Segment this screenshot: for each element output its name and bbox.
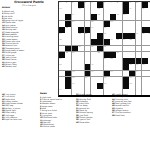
cell-number: 26 bbox=[104, 27, 106, 29]
cell-number: 56 bbox=[110, 71, 112, 73]
cell-number: 32 bbox=[142, 33, 144, 35]
cell-number: 6 bbox=[104, 2, 105, 4]
grid-cell[interactable] bbox=[123, 46, 129, 52]
grid-cell[interactable] bbox=[142, 83, 148, 89]
grid-cell[interactable] bbox=[142, 71, 148, 77]
cell-number: 55 bbox=[91, 71, 93, 73]
black-cell bbox=[85, 64, 91, 70]
clue-item: 40 Grow older bbox=[76, 121, 109, 123]
grid-cell[interactable] bbox=[91, 58, 97, 64]
grid-cell[interactable] bbox=[116, 46, 122, 52]
cell-number: 1 bbox=[59, 2, 60, 4]
grid-cell[interactable]: 44 bbox=[97, 52, 103, 58]
grid-cell[interactable] bbox=[142, 39, 148, 45]
grid-cell[interactable]: 16 bbox=[142, 8, 148, 14]
cell-number: 39 bbox=[78, 46, 80, 48]
grid-cell[interactable]: 64 bbox=[129, 83, 135, 89]
black-cell bbox=[78, 2, 84, 8]
grid-cell[interactable]: 49 bbox=[59, 64, 65, 70]
grid-cell[interactable] bbox=[72, 64, 78, 70]
grid-cell[interactable] bbox=[104, 14, 110, 20]
grid-cell[interactable]: 54 bbox=[72, 71, 78, 77]
grid-cell[interactable] bbox=[72, 33, 78, 39]
grid-cell[interactable] bbox=[129, 21, 135, 27]
grid-cell[interactable] bbox=[123, 27, 129, 33]
grid-cell[interactable]: 1 bbox=[59, 2, 65, 8]
grid-cell[interactable]: 24 bbox=[65, 27, 71, 33]
grid-cell[interactable] bbox=[78, 64, 84, 70]
grid-cell[interactable]: 43 bbox=[72, 52, 78, 58]
grid-cell[interactable]: 41 bbox=[104, 46, 110, 52]
black-cell bbox=[72, 46, 78, 52]
cell-number: 7 bbox=[110, 2, 111, 4]
grid-cell[interactable] bbox=[142, 21, 148, 27]
black-cell bbox=[65, 21, 71, 27]
grid-cell[interactable] bbox=[91, 52, 97, 58]
grid-cell[interactable] bbox=[85, 83, 91, 89]
grid-cell[interactable]: 56 bbox=[110, 71, 116, 77]
cell-number: 2 bbox=[66, 2, 67, 4]
down-clue-list-3: 42 Health resort43 At this place44 Cunni… bbox=[112, 93, 147, 116]
black-cell bbox=[104, 71, 110, 77]
grid-cell[interactable]: 9 bbox=[129, 2, 135, 8]
grid-cell[interactable] bbox=[148, 64, 150, 70]
cell-number: 28 bbox=[78, 33, 80, 35]
grid-cell[interactable] bbox=[116, 83, 122, 89]
cell-number: 51 bbox=[129, 64, 131, 66]
cell-number: 24 bbox=[66, 27, 68, 29]
grid-cell[interactable] bbox=[59, 71, 65, 77]
black-cell bbox=[142, 27, 148, 33]
black-cell bbox=[65, 77, 71, 83]
grid-cell[interactable]: 32 bbox=[142, 33, 148, 39]
grid-cell[interactable]: 59 bbox=[85, 77, 91, 83]
grid-cell[interactable] bbox=[97, 64, 103, 70]
grid-cell[interactable]: 22 bbox=[91, 21, 97, 27]
cell-number: 12 bbox=[59, 8, 61, 10]
grid-cell[interactable]: 21 bbox=[72, 21, 78, 27]
grid-cell[interactable] bbox=[148, 89, 150, 95]
grid-cell[interactable] bbox=[85, 39, 91, 45]
grid-cell[interactable] bbox=[65, 58, 71, 64]
black-cell bbox=[142, 2, 148, 8]
bottom-clue-column-down-1: Down 1 High card2 Croix or Louis lead-in… bbox=[40, 93, 73, 128]
grid-cell[interactable]: 17 bbox=[72, 14, 78, 20]
clue-item: 58 Small bite bbox=[112, 114, 147, 116]
grid-cell[interactable] bbox=[123, 71, 129, 77]
cell-number: 49 bbox=[59, 64, 61, 66]
grid-cell[interactable]: 33 bbox=[148, 33, 150, 39]
cell-number: 46 bbox=[59, 58, 61, 60]
clue-item: 62 Kept for later use bbox=[2, 118, 36, 120]
cell-number: 58 bbox=[72, 77, 74, 79]
crossword-page: Crossword Puzzle Fill in the grid Across… bbox=[0, 0, 150, 150]
grid-cell[interactable]: 36 bbox=[116, 39, 122, 45]
cell-number: 4 bbox=[85, 2, 86, 4]
grid-cell[interactable] bbox=[78, 77, 84, 83]
black-cell bbox=[110, 52, 116, 58]
cell-number: 21 bbox=[72, 21, 74, 23]
grid-cell[interactable]: 8 bbox=[116, 2, 122, 8]
cell-number: 18 bbox=[98, 14, 100, 16]
grid-cell[interactable]: 12 bbox=[59, 8, 65, 14]
grid-cell[interactable] bbox=[136, 83, 142, 89]
grid-cell[interactable] bbox=[116, 27, 122, 33]
grid-cell[interactable] bbox=[136, 21, 142, 27]
grid-cell[interactable] bbox=[72, 8, 78, 14]
cell-number: 63 bbox=[104, 83, 106, 85]
grid-cell[interactable] bbox=[65, 64, 71, 70]
cell-number: 41 bbox=[104, 46, 106, 48]
grid-cell[interactable] bbox=[148, 46, 150, 52]
grid-cell[interactable]: 3 bbox=[72, 2, 78, 8]
grid-cell[interactable]: 51 bbox=[129, 64, 135, 70]
grid-cell[interactable] bbox=[65, 8, 71, 14]
grid-cell[interactable]: 62 bbox=[72, 83, 78, 89]
grid-cell[interactable]: 27 bbox=[59, 33, 65, 39]
grid-cell[interactable] bbox=[91, 83, 97, 89]
black-cell bbox=[104, 52, 110, 58]
cell-number: 10 bbox=[136, 2, 138, 4]
black-cell bbox=[104, 21, 110, 27]
black-cell bbox=[97, 83, 103, 89]
grid-cell[interactable] bbox=[78, 39, 84, 45]
grid-cell[interactable] bbox=[78, 71, 84, 77]
grid-cell[interactable] bbox=[148, 14, 150, 20]
grid-cell[interactable] bbox=[129, 27, 135, 33]
grid-cell[interactable] bbox=[85, 21, 91, 27]
black-cell bbox=[97, 33, 103, 39]
cell-number: 57 bbox=[136, 71, 138, 73]
bottom-clue-column-across: 46 Tiny insect47 Fruit drink50 Night bir… bbox=[2, 93, 36, 121]
grid-cell[interactable] bbox=[129, 46, 135, 52]
cell-number: 60 bbox=[104, 77, 106, 79]
black-cell bbox=[136, 58, 142, 64]
clue-item: 45 Garden tool bbox=[2, 65, 56, 67]
black-cell bbox=[78, 27, 84, 33]
grid-cell[interactable] bbox=[78, 83, 84, 89]
cell-number: 23 bbox=[110, 21, 112, 23]
grid-cell[interactable] bbox=[110, 64, 116, 70]
black-cell bbox=[123, 58, 129, 64]
grid-cell[interactable] bbox=[136, 77, 142, 83]
black-cell bbox=[65, 83, 71, 89]
grid-cell[interactable]: 4 bbox=[85, 2, 91, 8]
cell-number: 35 bbox=[110, 39, 112, 41]
grid-cell[interactable]: 5 bbox=[91, 2, 97, 8]
grid-cell[interactable] bbox=[91, 33, 97, 39]
grid-cell[interactable]: 45 bbox=[116, 52, 122, 58]
grid-cell[interactable] bbox=[148, 39, 150, 45]
grid-cell[interactable]: 53 bbox=[142, 64, 148, 70]
grid-cell[interactable]: 60 bbox=[104, 77, 110, 83]
grid-cell[interactable] bbox=[78, 58, 84, 64]
black-cell bbox=[97, 2, 103, 8]
cell-number: 33 bbox=[149, 33, 150, 35]
left-clue-column: Crossword Puzzle Fill in the grid Across… bbox=[2, 1, 56, 67]
grid-cell[interactable] bbox=[59, 77, 65, 83]
cell-number: 53 bbox=[142, 64, 144, 66]
black-cell bbox=[104, 39, 110, 45]
cell-number: 38 bbox=[129, 39, 131, 41]
grid-cell[interactable] bbox=[129, 14, 135, 20]
cell-number: 54 bbox=[72, 71, 74, 73]
black-cell bbox=[97, 39, 103, 45]
clue-item: 21 Dinner plate bbox=[40, 125, 73, 127]
grid-cell[interactable] bbox=[59, 83, 65, 89]
black-cell bbox=[116, 33, 122, 39]
grid-cell[interactable] bbox=[85, 8, 91, 14]
cell-number: 30 bbox=[104, 33, 106, 35]
black-cell bbox=[148, 27, 150, 33]
grid-cell[interactable]: 46 bbox=[59, 58, 65, 64]
black-cell bbox=[129, 58, 135, 64]
grid-cell[interactable] bbox=[110, 33, 116, 39]
crossword-grid-frame: 1234567891011121314151617181920212223242… bbox=[58, 1, 150, 97]
black-cell bbox=[59, 27, 65, 33]
grid-cell[interactable]: 30 bbox=[104, 33, 110, 39]
grid-cell[interactable]: 55 bbox=[91, 71, 97, 77]
cell-number: 19 bbox=[117, 14, 119, 16]
grid-cell[interactable]: 58 bbox=[72, 77, 78, 83]
cell-number: 8 bbox=[117, 2, 118, 4]
grid-cell[interactable] bbox=[110, 77, 116, 83]
grid-cell[interactable] bbox=[148, 21, 150, 27]
cell-number: 65 bbox=[59, 89, 61, 91]
grid-cell[interactable]: 6 bbox=[104, 2, 110, 8]
grid-cell[interactable] bbox=[85, 52, 91, 58]
grid-cell[interactable]: 25 bbox=[91, 27, 97, 33]
cell-number: 14 bbox=[98, 8, 100, 10]
grid-cell[interactable]: 34 bbox=[59, 39, 65, 45]
black-cell bbox=[123, 2, 129, 8]
cell-number: 11 bbox=[149, 2, 150, 4]
grid-cell[interactable] bbox=[97, 27, 103, 33]
cell-number: 13 bbox=[78, 8, 80, 10]
grid-cell[interactable] bbox=[78, 14, 84, 20]
cell-number: 27 bbox=[59, 33, 61, 35]
cell-number: 17 bbox=[72, 14, 74, 16]
grid-cell[interactable]: 40 bbox=[91, 46, 97, 52]
grid-cell[interactable]: 50 bbox=[91, 64, 97, 70]
black-cell bbox=[85, 71, 91, 77]
grid-cell[interactable] bbox=[91, 77, 97, 83]
grid-cell[interactable] bbox=[97, 21, 103, 27]
grid-cell[interactable]: 11 bbox=[148, 2, 150, 8]
grid-cell[interactable] bbox=[142, 77, 148, 83]
cell-number: 3 bbox=[72, 2, 73, 4]
black-cell bbox=[65, 71, 71, 77]
grid-cell[interactable]: 7 bbox=[110, 2, 116, 8]
grid-cell[interactable] bbox=[136, 39, 142, 45]
grid-cell[interactable] bbox=[129, 52, 135, 58]
grid-cell[interactable] bbox=[72, 58, 78, 64]
grid-cell[interactable] bbox=[91, 8, 97, 14]
grid-cell[interactable] bbox=[59, 46, 65, 52]
cell-number: 59 bbox=[85, 77, 87, 79]
cell-number: 45 bbox=[117, 52, 119, 54]
cell-number: 16 bbox=[142, 8, 144, 10]
grid-cell[interactable] bbox=[85, 58, 91, 64]
grid-cell[interactable]: 37 bbox=[123, 39, 129, 45]
grid-cell[interactable] bbox=[142, 14, 148, 20]
grid-cell[interactable]: 52 bbox=[136, 64, 142, 70]
grid-cell[interactable] bbox=[110, 8, 116, 14]
grid-cell[interactable] bbox=[104, 64, 110, 70]
cell-number: 36 bbox=[117, 39, 119, 41]
black-cell bbox=[123, 83, 129, 89]
grid-cell[interactable]: 13 bbox=[78, 8, 84, 14]
grid-cell[interactable]: 35 bbox=[110, 39, 116, 45]
grid-cell[interactable] bbox=[85, 14, 91, 20]
grid-cell[interactable] bbox=[116, 71, 122, 77]
grid-cell[interactable] bbox=[110, 46, 116, 52]
grid-cell[interactable]: 10 bbox=[136, 2, 142, 8]
black-cell bbox=[142, 58, 148, 64]
black-cell bbox=[129, 33, 135, 39]
grid-cell[interactable] bbox=[148, 77, 150, 83]
black-cell bbox=[59, 52, 65, 58]
cell-number: 5 bbox=[91, 2, 92, 4]
cell-number: 47 bbox=[104, 58, 106, 60]
grid-cell[interactable]: 2 bbox=[65, 2, 71, 8]
grid-cell[interactable] bbox=[78, 21, 84, 27]
grid-cell[interactable]: 48 bbox=[110, 58, 116, 64]
grid-cell[interactable] bbox=[59, 21, 65, 27]
grid-cell[interactable] bbox=[136, 14, 142, 20]
grid-cell[interactable]: 47 bbox=[104, 58, 110, 64]
cell-number: 20 bbox=[123, 14, 125, 16]
page-subtitle: Fill in the grid bbox=[2, 4, 56, 6]
grid-cell[interactable]: 18 bbox=[97, 14, 103, 20]
black-cell bbox=[129, 71, 135, 77]
grid-cell[interactable] bbox=[65, 39, 71, 45]
grid-cell[interactable] bbox=[148, 8, 150, 14]
cell-number: 22 bbox=[91, 21, 93, 23]
grid-cell[interactable] bbox=[123, 21, 129, 27]
grid-cell[interactable]: 31 bbox=[136, 33, 142, 39]
grid-cell[interactable] bbox=[65, 33, 71, 39]
grid-cell[interactable] bbox=[116, 58, 122, 64]
black-cell bbox=[85, 27, 91, 33]
grid-cell[interactable] bbox=[97, 77, 103, 83]
cell-number: 48 bbox=[110, 58, 112, 60]
crossword-grid: 1234567891011121314151617181920212223242… bbox=[59, 2, 150, 95]
cell-number: 37 bbox=[123, 39, 125, 41]
grid-cell[interactable] bbox=[78, 52, 84, 58]
grid-cell[interactable]: 20 bbox=[123, 14, 129, 20]
grid-cell[interactable] bbox=[148, 83, 150, 89]
grid-cell[interactable] bbox=[123, 52, 129, 58]
cell-number: 29 bbox=[85, 33, 87, 35]
grid-cell[interactable] bbox=[110, 27, 116, 33]
down-clue-list-2: 22 Bright notion24 Male sheep25 Writing … bbox=[76, 93, 109, 123]
cell-number: 50 bbox=[91, 64, 93, 66]
grid-cell[interactable] bbox=[97, 71, 103, 77]
grid-cell[interactable] bbox=[136, 52, 142, 58]
cell-number: 64 bbox=[129, 83, 131, 85]
black-cell bbox=[110, 14, 116, 20]
grid-cell[interactable] bbox=[148, 71, 150, 77]
cell-number: 40 bbox=[91, 46, 93, 48]
grid-cell[interactable]: 61 bbox=[129, 77, 135, 83]
cell-number: 34 bbox=[59, 39, 61, 41]
grid-cell[interactable] bbox=[116, 64, 122, 70]
down-clue-list-1: 1 High card2 Croix or Louis lead-in3 Fal… bbox=[40, 96, 73, 128]
grid-cell[interactable] bbox=[142, 52, 148, 58]
black-cell bbox=[65, 14, 71, 20]
grid-cell[interactable] bbox=[116, 77, 122, 83]
grid-cell[interactable] bbox=[136, 46, 142, 52]
grid-cell[interactable] bbox=[110, 83, 116, 89]
grid-cell[interactable] bbox=[148, 58, 150, 64]
grid-cell[interactable]: 57 bbox=[136, 71, 142, 77]
across-clue-list-top: 1 Wheel rod4 Sticky stuff6 Hot drink9 No… bbox=[2, 10, 56, 67]
grid-cell[interactable]: 19 bbox=[116, 14, 122, 20]
black-cell bbox=[123, 8, 129, 14]
grid-cell[interactable]: 42 bbox=[65, 52, 71, 58]
grid-cell[interactable]: 15 bbox=[129, 8, 135, 14]
grid-cell[interactable]: 63 bbox=[104, 83, 110, 89]
grid-cell[interactable] bbox=[97, 58, 103, 64]
grid-cell[interactable] bbox=[136, 27, 142, 33]
cell-number: 31 bbox=[136, 33, 138, 35]
cell-number: 42 bbox=[66, 52, 68, 54]
grid-cell[interactable]: 39 bbox=[78, 46, 84, 52]
grid-cell[interactable] bbox=[59, 14, 65, 20]
cell-number: 15 bbox=[129, 8, 131, 10]
black-cell bbox=[123, 33, 129, 39]
grid-cell[interactable] bbox=[142, 46, 148, 52]
cell-number: 52 bbox=[136, 64, 138, 66]
grid-cell[interactable]: 28 bbox=[78, 33, 84, 39]
cell-number: 61 bbox=[129, 77, 131, 79]
cell-number: 62 bbox=[72, 83, 74, 85]
cell-number: 43 bbox=[72, 52, 74, 54]
grid-cell[interactable] bbox=[136, 8, 142, 14]
grid-cell[interactable] bbox=[85, 46, 91, 52]
grid-cell[interactable]: 23 bbox=[110, 21, 116, 27]
grid-cell[interactable] bbox=[148, 52, 150, 58]
grid-cell[interactable]: 14 bbox=[97, 8, 103, 14]
black-cell bbox=[65, 46, 71, 52]
cell-number: 9 bbox=[129, 2, 130, 4]
black-cell bbox=[91, 39, 97, 45]
cell-number: 44 bbox=[98, 52, 100, 54]
grid-cell[interactable] bbox=[116, 8, 122, 14]
grid-cell[interactable] bbox=[116, 21, 122, 27]
black-cell bbox=[91, 14, 97, 20]
grid-cell[interactable] bbox=[72, 27, 78, 33]
grid-cell[interactable]: 38 bbox=[129, 39, 135, 45]
grid-cell[interactable] bbox=[72, 39, 78, 45]
grid-cell[interactable]: 29 bbox=[85, 33, 91, 39]
black-cell bbox=[123, 77, 129, 83]
grid-cell[interactable]: 26 bbox=[104, 27, 110, 33]
cell-number: 25 bbox=[91, 27, 93, 29]
grid-cell[interactable] bbox=[104, 8, 110, 14]
black-cell bbox=[97, 46, 103, 52]
black-cell bbox=[123, 64, 129, 70]
